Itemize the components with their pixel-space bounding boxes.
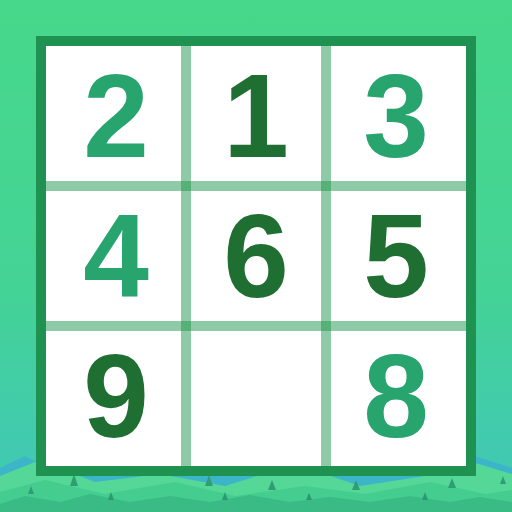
sudoku-cell-r2c1[interactable] bbox=[186, 326, 326, 466]
grid-line-horizontal-1 bbox=[46, 181, 466, 191]
sudoku-cell-r1c0[interactable]: 4 bbox=[46, 186, 186, 326]
sudoku-cell-r0c0[interactable]: 2 bbox=[46, 46, 186, 186]
sudoku-board: 2 1 3 4 6 5 9 8 bbox=[36, 36, 476, 476]
sudoku-cell-r1c1[interactable]: 6 bbox=[186, 186, 326, 326]
sudoku-cell-r0c1[interactable]: 1 bbox=[186, 46, 326, 186]
sudoku-cells-grid: 2 1 3 4 6 5 9 8 bbox=[46, 46, 466, 466]
sudoku-cell-r1c2[interactable]: 5 bbox=[326, 186, 466, 326]
grid-line-vertical-1 bbox=[181, 46, 191, 466]
sudoku-cell-r2c0[interactable]: 9 bbox=[46, 326, 186, 466]
grid-line-horizontal-2 bbox=[46, 321, 466, 331]
sudoku-cell-r2c2[interactable]: 8 bbox=[326, 326, 466, 466]
grid-line-vertical-2 bbox=[321, 46, 331, 466]
sudoku-cell-r0c2[interactable]: 3 bbox=[326, 46, 466, 186]
